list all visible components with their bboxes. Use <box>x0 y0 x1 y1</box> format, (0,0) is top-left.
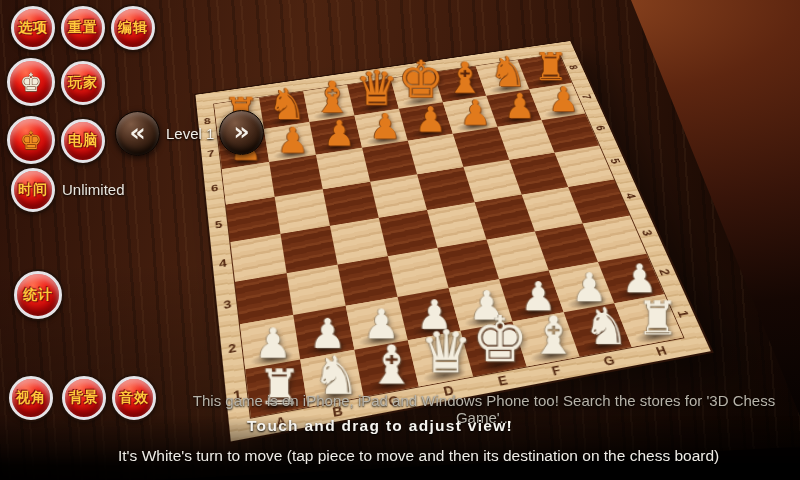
square-g4[interactable] <box>522 187 583 231</box>
time-value: Unlimited <box>62 181 125 198</box>
square-a4[interactable] <box>230 234 286 282</box>
options-button[interactable]: 选项 <box>11 6 55 50</box>
time-button[interactable]: 时间 <box>11 168 55 212</box>
white-player-button[interactable]: ♚ <box>7 58 55 106</box>
level-prev-button[interactable]: « <box>115 111 160 156</box>
square-b4[interactable] <box>280 226 337 273</box>
sound-button[interactable]: 音效 <box>112 376 156 420</box>
edit-button[interactable]: 编辑 <box>111 6 155 50</box>
orange-king-icon: ♚ <box>20 128 42 153</box>
chevron-right-icon: » <box>233 117 249 146</box>
square-e4[interactable] <box>427 202 486 248</box>
square-c4[interactable] <box>330 218 388 265</box>
turn-status-text: It's White's turn to move (tap piece to … <box>118 447 719 465</box>
drag-hint-text: Touch and drag to adjust view! <box>247 417 513 435</box>
level-next-button[interactable]: » <box>219 110 264 155</box>
square-a6[interactable] <box>222 162 275 205</box>
square-f3[interactable] <box>486 231 548 279</box>
level-label: Level 1 <box>166 125 214 142</box>
app-screen: 87654321 87654321 ABCDEFGH ♜♞♝♛♚♝♞♜♟♟♟♟♟… <box>0 0 800 480</box>
player-button[interactable]: 玩家 <box>61 61 105 105</box>
chevron-left-icon: « <box>129 118 145 147</box>
white-king-icon: ♚ <box>20 70 42 95</box>
computer-button[interactable]: 电脑 <box>61 119 105 163</box>
view-button[interactable]: 视角 <box>9 376 53 420</box>
square-a5[interactable] <box>226 197 280 242</box>
background-button[interactable]: 背景 <box>62 376 106 420</box>
stats-button[interactable]: 统计 <box>14 271 62 319</box>
square-d5[interactable] <box>370 174 427 218</box>
orange-player-button[interactable]: ♚ <box>7 116 55 164</box>
reset-button[interactable]: 重置 <box>61 6 105 50</box>
